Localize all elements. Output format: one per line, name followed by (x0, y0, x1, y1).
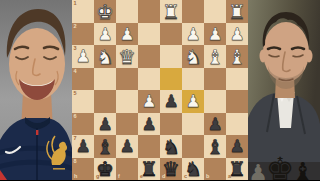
square-e2[interactable] (138, 23, 160, 46)
white-rook-d1: ♜ (162, 2, 180, 22)
square-f6[interactable] (116, 113, 138, 136)
black-rook-e8: ♜ (140, 159, 158, 179)
square-f1[interactable] (116, 0, 138, 23)
white-pawn-c5: ♟ (185, 93, 200, 110)
square-f8[interactable]: f (116, 158, 138, 181)
square-d3[interactable] (160, 45, 182, 68)
square-f7[interactable]: ♟ (116, 135, 138, 158)
square-a8[interactable]: a♜ (226, 158, 248, 181)
file-label-b: b (206, 174, 209, 180)
square-g4[interactable] (94, 68, 116, 91)
square-a3[interactable]: ♝ (226, 45, 248, 68)
square-e6[interactable]: ♟ (138, 113, 160, 136)
black-bishop-b7: ♝ (206, 137, 224, 157)
rank-label-5: 5 (74, 91, 77, 97)
black-bishop-g7: ♝ (96, 137, 114, 157)
white-bishop-b3: ♝ (206, 47, 224, 67)
square-g8[interactable]: g♚ (94, 158, 116, 181)
square-a2[interactable]: ♟ (226, 23, 248, 46)
black-pawn-f7: ♟ (119, 138, 134, 155)
square-h4[interactable]: 4 (72, 68, 94, 91)
square-a1[interactable]: ♜ (226, 0, 248, 23)
square-c1[interactable] (182, 0, 204, 23)
square-e4[interactable] (138, 68, 160, 91)
black-pawn-b6: ♟ (207, 116, 222, 133)
white-pawn-c2: ♟ (185, 26, 200, 43)
black-pawn-g6: ♟ (97, 116, 112, 133)
black-queen-d8: ♛ (162, 159, 180, 179)
square-d5[interactable]: ♟ (160, 90, 182, 113)
square-d2[interactable] (160, 23, 182, 46)
square-c5[interactable]: ♟ (182, 90, 204, 113)
square-c6[interactable] (182, 113, 204, 136)
white-pawn-a2: ♟ (229, 26, 244, 43)
square-a7[interactable]: ♟ (226, 135, 248, 158)
square-b7[interactable]: ♝ (204, 135, 226, 158)
white-pawn-g2: ♟ (97, 26, 112, 43)
rank-label-2: 2 (74, 24, 77, 30)
square-d8[interactable]: d♛ (160, 158, 182, 181)
white-pawn-f2: ♟ (119, 26, 134, 43)
square-h1[interactable]: 1 (72, 0, 94, 23)
black-king-g8: ♚ (96, 159, 114, 179)
square-f4[interactable] (116, 68, 138, 91)
square-b4[interactable] (204, 68, 226, 91)
square-h6[interactable]: 6 (72, 113, 94, 136)
square-b3[interactable]: ♝ (204, 45, 226, 68)
square-h7[interactable]: 7♟ (72, 135, 94, 158)
square-c3[interactable]: ♞ (182, 45, 204, 68)
square-h5[interactable]: 5 (72, 90, 94, 113)
white-pawn-e5: ♟ (141, 93, 156, 110)
right-eyebrow (292, 48, 304, 50)
black-pawn-d5: ♟ (163, 93, 178, 110)
square-h2[interactable]: 2 (72, 23, 94, 46)
square-g6[interactable]: ♟ (94, 113, 116, 136)
square-a6[interactable] (226, 113, 248, 136)
square-b5[interactable] (204, 90, 226, 113)
white-knight-c3: ♞ (184, 47, 202, 67)
square-b6[interactable]: ♟ (204, 113, 226, 136)
square-d1[interactable]: ♜ (160, 0, 182, 23)
square-g7[interactable]: ♝ (94, 135, 116, 158)
square-a5[interactable] (226, 90, 248, 113)
square-g5[interactable] (94, 90, 116, 113)
square-b2[interactable]: ♟ (204, 23, 226, 46)
file-label-f: f (118, 174, 120, 180)
square-f5[interactable] (116, 90, 138, 113)
square-e8[interactable]: e♜ (138, 158, 160, 181)
blurred-bishop-icon: ♝ (292, 157, 314, 180)
black-pawn-h7: ♟ (75, 138, 90, 155)
square-d6[interactable] (160, 113, 182, 136)
blurred-king-icon: ♚ (266, 150, 295, 180)
square-g2[interactable]: ♟ (94, 23, 116, 46)
white-bishop-a3: ♝ (228, 47, 246, 67)
square-h8[interactable]: 8h (72, 158, 94, 181)
thumbnail: 1♚♜♜2♟♟♟♟♟3♟♞♛♞♝♝45♟♟♟6♟♟♟7♟♝♟♞♝♟8hg♚fe♜… (0, 0, 320, 180)
left-ear (260, 50, 267, 63)
square-b1[interactable] (204, 0, 226, 23)
left-eyebrow (268, 48, 280, 50)
black-rook-a8: ♜ (228, 159, 246, 179)
white-pawn-b2: ♟ (207, 26, 222, 43)
white-rook-a1: ♜ (228, 2, 246, 22)
white-pawn-h3: ♟ (75, 48, 90, 65)
black-pawn-e6: ♟ (141, 116, 156, 133)
square-e3[interactable] (138, 45, 160, 68)
square-d7[interactable]: ♞ (160, 135, 182, 158)
rank-label-6: 6 (74, 114, 77, 120)
square-g3[interactable]: ♞ (94, 45, 116, 68)
square-h3[interactable]: 3♟ (72, 45, 94, 68)
rank-label-8: 8 (74, 159, 77, 165)
rank-label-4: 4 (74, 69, 77, 75)
rank-label-1: 1 (74, 1, 77, 7)
black-knight-d7: ♞ (162, 137, 180, 157)
square-f3[interactable]: ♛ (116, 45, 138, 68)
square-c8[interactable]: c♞ (182, 158, 204, 181)
white-queen-f3: ♛ (118, 47, 136, 67)
square-c2[interactable]: ♟ (182, 23, 204, 46)
file-label-h: h (74, 174, 77, 180)
black-pawn-a7: ♟ (229, 138, 244, 155)
white-knight-g3: ♞ (96, 47, 114, 67)
right-ear (306, 50, 313, 63)
black-knight-c8: ♞ (184, 159, 202, 179)
square-c4[interactable] (182, 68, 204, 91)
square-e5[interactable]: ♟ (138, 90, 160, 113)
left-portrait-illustration (0, 0, 72, 180)
square-e7[interactable] (138, 135, 160, 158)
square-g1[interactable]: ♚ (94, 0, 116, 23)
square-d4[interactable] (160, 68, 182, 91)
right-portrait-illustration: ♟ ♚ ♝ (248, 0, 320, 180)
square-a4[interactable] (226, 68, 248, 91)
white-king-g1: ♚ (96, 2, 114, 22)
square-f2[interactable]: ♟ (116, 23, 138, 46)
square-c7[interactable] (182, 135, 204, 158)
chess-board[interactable]: 1♚♜♜2♟♟♟♟♟3♟♞♛♞♝♝45♟♟♟6♟♟♟7♟♝♟♞♝♟8hg♚fe♜… (72, 0, 248, 180)
square-b8[interactable]: b (204, 158, 226, 181)
player-photo-left (0, 0, 72, 180)
player-photo-right: ♟ ♚ ♝ (248, 0, 320, 180)
square-e1[interactable] (138, 0, 160, 23)
zipper-pull (36, 130, 38, 135)
